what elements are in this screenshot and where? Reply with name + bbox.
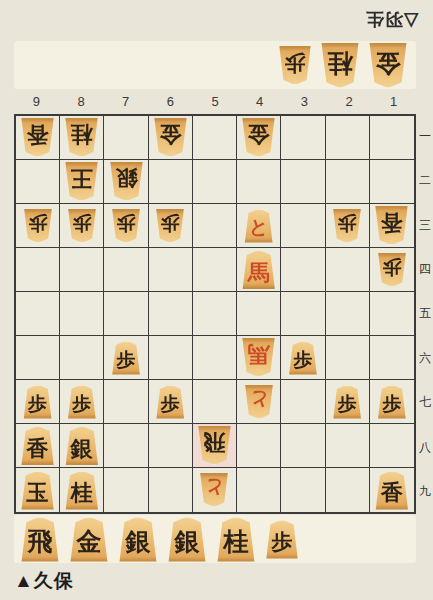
square-33[interactable]: [281, 204, 325, 248]
piece-horse[interactable]: 馬: [241, 250, 276, 289]
piece-pawn[interactable]: 歩: [67, 209, 97, 243]
piece-knight[interactable]: 桂: [64, 471, 99, 510]
square-67[interactable]: 歩: [149, 380, 193, 424]
rank-label-4: 四: [417, 247, 433, 291]
square-41[interactable]: 金: [237, 116, 281, 160]
shogi-app-screen: 羽生 ▽ 歩桂金 987654321 香桂金金王銀歩歩歩歩と歩香馬歩歩馬歩歩歩歩…: [0, 0, 433, 600]
piece-kanji: 金: [248, 125, 270, 151]
gote-hand-tray: 歩桂金: [14, 41, 416, 89]
square-16[interactable]: [370, 336, 414, 380]
piece-lance[interactable]: 香: [20, 426, 55, 465]
square-88[interactable]: 銀: [60, 424, 104, 468]
square-56[interactable]: [193, 336, 237, 380]
square-79[interactable]: [104, 468, 148, 512]
square-93[interactable]: 歩: [16, 204, 60, 248]
square-15[interactable]: [370, 292, 414, 336]
piece-kanji: 歩: [293, 346, 312, 369]
piece-kanji: 桂: [224, 525, 249, 554]
square-82[interactable]: 王: [60, 160, 104, 204]
piece-pawn[interactable]: 歩: [67, 385, 97, 419]
file-label-8: 8: [59, 91, 104, 111]
piece-kanji: 銀: [175, 525, 200, 554]
piece-kanji: と: [249, 214, 268, 237]
file-label-6: 6: [148, 91, 193, 111]
rank-label-9: 九: [417, 470, 433, 514]
square-17[interactable]: 歩: [370, 380, 414, 424]
piece-lance[interactable]: 香: [20, 118, 55, 157]
piece-kanji: 飛: [28, 525, 53, 554]
square-61[interactable]: 金: [149, 116, 193, 160]
piece-kanji: 歩: [72, 214, 91, 237]
piece-king[interactable]: 玉: [20, 471, 55, 510]
square-68[interactable]: [149, 424, 193, 468]
piece-king[interactable]: 王: [64, 162, 99, 201]
square-76[interactable]: 歩: [104, 336, 148, 380]
square-24[interactable]: [326, 248, 370, 292]
square-43[interactable]: と: [237, 204, 281, 248]
piece-rook[interactable]: 飛: [197, 426, 232, 465]
rank-label-6: 六: [417, 336, 433, 380]
hand-piece-pawn[interactable]: 歩: [265, 520, 299, 559]
square-65[interactable]: [149, 292, 193, 336]
hand-piece-gold[interactable]: 金: [69, 517, 109, 562]
square-48[interactable]: [237, 424, 281, 468]
square-28[interactable]: [326, 424, 370, 468]
square-98[interactable]: 香: [16, 424, 60, 468]
piece-lance[interactable]: 香: [374, 206, 409, 245]
rank-label-1: 一: [417, 114, 433, 158]
square-51[interactable]: [193, 116, 237, 160]
file-label-3: 3: [282, 91, 327, 111]
piece-kanji: 歩: [161, 390, 180, 413]
piece-kanji: と: [205, 479, 224, 502]
piece-pawn[interactable]: 歩: [111, 209, 141, 243]
square-94[interactable]: [16, 248, 60, 292]
piece-kanji: 香: [27, 125, 49, 151]
square-59[interactable]: と: [193, 468, 237, 512]
rank-label-8: 八: [417, 425, 433, 469]
piece-pawn[interactable]: 歩: [111, 341, 141, 375]
square-52[interactable]: [193, 160, 237, 204]
piece-kanji: 香: [27, 433, 49, 459]
square-66[interactable]: [149, 336, 193, 380]
piece-kanji: 馬: [248, 257, 270, 283]
square-89[interactable]: 桂: [60, 468, 104, 512]
piece-pawn[interactable]: 歩: [23, 385, 53, 419]
hand-piece-silver[interactable]: 銀: [167, 517, 207, 562]
piece-kanji: 歩: [338, 214, 357, 237]
piece-kanji: 歩: [285, 53, 306, 78]
square-36[interactable]: 歩: [281, 336, 325, 380]
piece-kanji: 金: [376, 51, 401, 80]
square-54[interactable]: [193, 248, 237, 292]
piece-pawn[interactable]: 歩: [332, 385, 362, 419]
piece-kanji: 歩: [117, 214, 136, 237]
square-62[interactable]: [149, 160, 193, 204]
piece-kanji: 歩: [117, 346, 136, 369]
square-91[interactable]: 香: [16, 116, 60, 160]
square-42[interactable]: [237, 160, 281, 204]
piece-tokin[interactable]: と: [244, 385, 274, 419]
piece-kanji: 王: [71, 169, 93, 195]
square-55[interactable]: [193, 292, 237, 336]
file-label-5: 5: [193, 91, 238, 111]
piece-lance[interactable]: 香: [374, 471, 409, 510]
square-99[interactable]: 玉: [16, 468, 60, 512]
piece-knight[interactable]: 桂: [64, 118, 99, 157]
piece-kanji: 歩: [28, 214, 47, 237]
piece-kanji: 銀: [71, 433, 93, 459]
square-39[interactable]: [281, 468, 325, 512]
piece-pawn[interactable]: 歩: [155, 385, 185, 419]
square-12[interactable]: [370, 160, 414, 204]
piece-kanji: 桂: [71, 125, 93, 151]
file-label-9: 9: [14, 91, 59, 111]
hand-piece-rook[interactable]: 飛: [20, 517, 60, 562]
square-78[interactable]: [104, 424, 148, 468]
square-74[interactable]: [104, 248, 148, 292]
piece-kanji: 桂: [328, 51, 353, 80]
square-75[interactable]: [104, 292, 148, 336]
sente-hand-tray: 飛金銀銀桂歩: [14, 515, 416, 563]
square-14[interactable]: 歩: [370, 248, 414, 292]
square-92[interactable]: [16, 160, 60, 204]
piece-kanji: 歩: [28, 390, 47, 413]
square-73[interactable]: 歩: [104, 204, 148, 248]
piece-kanji: 金: [159, 125, 181, 151]
square-49[interactable]: [237, 468, 281, 512]
hand-piece-gold[interactable]: 金: [368, 43, 408, 88]
piece-gold[interactable]: 金: [153, 118, 188, 157]
square-97[interactable]: 歩: [16, 380, 60, 424]
square-81[interactable]: 桂: [60, 116, 104, 160]
piece-horse[interactable]: 馬: [241, 338, 276, 377]
piece-kanji: 馬: [248, 345, 270, 371]
square-57[interactable]: [193, 380, 237, 424]
piece-pawn[interactable]: 歩: [377, 385, 407, 419]
square-64[interactable]: [149, 248, 193, 292]
square-53[interactable]: [193, 204, 237, 248]
gote-marker: ▽: [404, 8, 419, 30]
piece-kanji: 桂: [71, 477, 93, 503]
piece-silver[interactable]: 銀: [109, 162, 144, 201]
hand-piece-knight[interactable]: 桂: [320, 43, 360, 88]
square-47[interactable]: と: [237, 380, 281, 424]
square-19[interactable]: 香: [370, 468, 414, 512]
square-46[interactable]: 馬: [237, 336, 281, 380]
rank-label-5: 五: [417, 292, 433, 336]
square-22[interactable]: [326, 160, 370, 204]
square-35[interactable]: [281, 292, 325, 336]
gote-player-label: 羽生 ▽: [365, 7, 419, 31]
file-label-1: 1: [371, 91, 416, 111]
file-label-2: 2: [327, 91, 372, 111]
piece-kanji: 歩: [161, 214, 180, 237]
square-23[interactable]: 歩: [326, 204, 370, 248]
square-44[interactable]: 馬: [237, 248, 281, 292]
hand-piece-pawn[interactable]: 歩: [278, 46, 312, 85]
gote-player-name: 羽生: [365, 7, 403, 31]
square-96[interactable]: [16, 336, 60, 380]
file-label-4: 4: [237, 91, 282, 111]
piece-pawn[interactable]: 歩: [288, 341, 318, 375]
square-21[interactable]: [326, 116, 370, 160]
sente-player-label: ▲久保: [14, 568, 74, 594]
square-11[interactable]: [370, 116, 414, 160]
square-83[interactable]: 歩: [60, 204, 104, 248]
square-31[interactable]: [281, 116, 325, 160]
piece-tokin[interactable]: と: [244, 209, 274, 243]
square-86[interactable]: [60, 336, 104, 380]
square-63[interactable]: 歩: [149, 204, 193, 248]
rank-labels: 一二三四五六七八九: [417, 114, 433, 514]
square-27[interactable]: 歩: [326, 380, 370, 424]
square-58[interactable]: 飛: [193, 424, 237, 468]
square-29[interactable]: [326, 468, 370, 512]
sente-marker: ▲: [14, 570, 34, 591]
piece-kanji: 銀: [126, 525, 151, 554]
piece-silver[interactable]: 銀: [64, 426, 99, 465]
piece-pawn[interactable]: 歩: [332, 209, 362, 243]
sente-player-name: 久保: [34, 570, 74, 591]
piece-kanji: 香: [381, 213, 403, 239]
piece-kanji: 香: [381, 477, 403, 503]
rank-label-7: 七: [417, 381, 433, 425]
square-34[interactable]: [281, 248, 325, 292]
piece-kanji: 歩: [382, 390, 401, 413]
square-84[interactable]: [60, 248, 104, 292]
piece-kanji: 歩: [382, 258, 401, 281]
piece-kanji: 歩: [72, 390, 91, 413]
square-26[interactable]: [326, 336, 370, 380]
square-13[interactable]: 香: [370, 204, 414, 248]
board: 香桂金金王銀歩歩歩歩と歩香馬歩歩馬歩歩歩歩と歩歩香銀飛玉桂と香: [14, 114, 416, 514]
piece-kanji: 歩: [272, 527, 293, 552]
piece-pawn[interactable]: 歩: [155, 209, 185, 243]
piece-pawn[interactable]: 歩: [377, 253, 407, 287]
piece-gold[interactable]: 金: [241, 118, 276, 157]
square-32[interactable]: [281, 160, 325, 204]
file-labels: 987654321: [14, 91, 416, 111]
square-71[interactable]: [104, 116, 148, 160]
square-72[interactable]: 銀: [104, 160, 148, 204]
square-38[interactable]: [281, 424, 325, 468]
file-label-7: 7: [103, 91, 148, 111]
square-95[interactable]: [16, 292, 60, 336]
rank-label-3: 三: [417, 203, 433, 247]
square-45[interactable]: [237, 292, 281, 336]
piece-tokin[interactable]: と: [199, 473, 229, 507]
hand-piece-knight[interactable]: 桂: [216, 517, 256, 562]
piece-kanji: 玉: [27, 477, 49, 503]
hand-piece-silver[interactable]: 銀: [118, 517, 158, 562]
piece-pawn[interactable]: 歩: [23, 209, 53, 243]
square-69[interactable]: [149, 468, 193, 512]
piece-kanji: 金: [77, 525, 102, 554]
piece-kanji: 歩: [338, 390, 357, 413]
square-87[interactable]: 歩: [60, 380, 104, 424]
piece-kanji: 銀: [115, 169, 137, 195]
rank-label-2: 二: [417, 158, 433, 202]
square-77[interactable]: [104, 380, 148, 424]
square-18[interactable]: [370, 424, 414, 468]
piece-kanji: と: [249, 390, 268, 413]
square-25[interactable]: [326, 292, 370, 336]
square-37[interactable]: [281, 380, 325, 424]
square-85[interactable]: [60, 292, 104, 336]
piece-kanji: 飛: [203, 433, 225, 459]
